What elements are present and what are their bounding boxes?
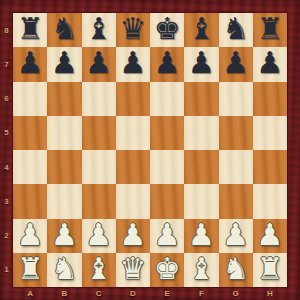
- square-g7[interactable]: ♟: [219, 47, 253, 81]
- square-e4[interactable]: [150, 150, 184, 184]
- file-label-g: G: [219, 287, 253, 300]
- square-e6[interactable]: [150, 82, 184, 116]
- square-h8[interactable]: ♜: [253, 13, 287, 47]
- rank-label-1: 1: [0, 253, 13, 287]
- square-a2[interactable]: ♟: [13, 219, 47, 253]
- square-c6[interactable]: [82, 82, 116, 116]
- square-b7[interactable]: ♟: [47, 47, 81, 81]
- square-h1[interactable]: ♜: [253, 253, 287, 287]
- square-g2[interactable]: ♟: [219, 219, 253, 253]
- square-f2[interactable]: ♟: [184, 219, 218, 253]
- rank-label-6: 6: [0, 82, 13, 116]
- square-e5[interactable]: [150, 116, 184, 150]
- square-a6[interactable]: [13, 82, 47, 116]
- rank-label-8: 8: [0, 13, 13, 47]
- piece-black-pawn[interactable]: ♟: [51, 48, 78, 78]
- piece-black-rook[interactable]: ♜: [17, 14, 44, 44]
- piece-white-pawn[interactable]: ♟: [154, 220, 181, 250]
- piece-white-queen[interactable]: ♛: [119, 254, 146, 284]
- square-c5[interactable]: [82, 116, 116, 150]
- file-labels: ABCDEFGH: [13, 287, 287, 300]
- square-h2[interactable]: ♟: [253, 219, 287, 253]
- piece-white-pawn[interactable]: ♟: [85, 220, 112, 250]
- square-b8[interactable]: ♞: [47, 13, 81, 47]
- piece-black-rook[interactable]: ♜: [256, 14, 283, 44]
- square-f4[interactable]: [184, 150, 218, 184]
- rank-label-2: 2: [0, 219, 13, 253]
- piece-black-pawn[interactable]: ♟: [119, 48, 146, 78]
- piece-black-pawn[interactable]: ♟: [85, 48, 112, 78]
- rank-label-7: 7: [0, 47, 13, 81]
- square-a1[interactable]: ♜: [13, 253, 47, 287]
- piece-white-pawn[interactable]: ♟: [256, 220, 283, 250]
- square-d3[interactable]: [116, 184, 150, 218]
- piece-white-rook[interactable]: ♜: [256, 254, 283, 284]
- file-label-a: A: [13, 287, 47, 300]
- square-e8[interactable]: ♚: [150, 13, 184, 47]
- square-g4[interactable]: [219, 150, 253, 184]
- square-d2[interactable]: ♟: [116, 219, 150, 253]
- piece-black-pawn[interactable]: ♟: [154, 48, 181, 78]
- square-f8[interactable]: ♝: [184, 13, 218, 47]
- file-label-f: F: [184, 287, 218, 300]
- piece-white-bishop[interactable]: ♝: [188, 254, 215, 284]
- square-h5[interactable]: [253, 116, 287, 150]
- piece-black-pawn[interactable]: ♟: [188, 48, 215, 78]
- piece-black-queen[interactable]: ♛: [119, 14, 146, 44]
- piece-black-pawn[interactable]: ♟: [256, 48, 283, 78]
- piece-white-pawn[interactable]: ♟: [188, 220, 215, 250]
- square-c1[interactable]: ♝: [82, 253, 116, 287]
- file-label-h: H: [253, 287, 287, 300]
- piece-white-pawn[interactable]: ♟: [51, 220, 78, 250]
- piece-white-rook[interactable]: ♜: [17, 254, 44, 284]
- square-h6[interactable]: [253, 82, 287, 116]
- square-b6[interactable]: [47, 82, 81, 116]
- square-g8[interactable]: ♞: [219, 13, 253, 47]
- square-d1[interactable]: ♛: [116, 253, 150, 287]
- square-c7[interactable]: ♟: [82, 47, 116, 81]
- rank-label-3: 3: [0, 184, 13, 218]
- piece-black-pawn[interactable]: ♟: [17, 48, 44, 78]
- square-c4[interactable]: [82, 150, 116, 184]
- file-label-d: D: [116, 287, 150, 300]
- square-d4[interactable]: [116, 150, 150, 184]
- piece-black-bishop[interactable]: ♝: [188, 14, 215, 44]
- square-h7[interactable]: ♟: [253, 47, 287, 81]
- square-e3[interactable]: [150, 184, 184, 218]
- square-d6[interactable]: [116, 82, 150, 116]
- square-a4[interactable]: [13, 150, 47, 184]
- square-g6[interactable]: [219, 82, 253, 116]
- square-a8[interactable]: ♜: [13, 13, 47, 47]
- rank-labels: 87654321: [0, 13, 13, 287]
- square-c8[interactable]: ♝: [82, 13, 116, 47]
- square-g5[interactable]: [219, 116, 253, 150]
- square-f3[interactable]: [184, 184, 218, 218]
- piece-white-pawn[interactable]: ♟: [17, 220, 44, 250]
- piece-black-knight[interactable]: ♞: [222, 14, 249, 44]
- square-h3[interactable]: [253, 184, 287, 218]
- square-f6[interactable]: [184, 82, 218, 116]
- square-e1[interactable]: ♚: [150, 253, 184, 287]
- square-g3[interactable]: [219, 184, 253, 218]
- square-a3[interactable]: [13, 184, 47, 218]
- square-f5[interactable]: [184, 116, 218, 150]
- square-b4[interactable]: [47, 150, 81, 184]
- rank-label-4: 4: [0, 150, 13, 184]
- square-b5[interactable]: [47, 116, 81, 150]
- piece-black-pawn[interactable]: ♟: [222, 48, 249, 78]
- square-f1[interactable]: ♝: [184, 253, 218, 287]
- square-c2[interactable]: ♟: [82, 219, 116, 253]
- chess-board: ♜♞♝♛♚♝♞♜♟♟♟♟♟♟♟♟♟♟♟♟♟♟♟♟♜♞♝♛♚♝♞♜: [13, 13, 287, 287]
- file-label-e: E: [150, 287, 184, 300]
- piece-white-knight[interactable]: ♞: [51, 254, 78, 284]
- piece-black-king[interactable]: ♚: [154, 14, 181, 44]
- square-d5[interactable]: [116, 116, 150, 150]
- square-e7[interactable]: ♟: [150, 47, 184, 81]
- square-c3[interactable]: [82, 184, 116, 218]
- file-label-c: C: [82, 287, 116, 300]
- piece-black-bishop[interactable]: ♝: [85, 14, 112, 44]
- file-label-b: B: [47, 287, 81, 300]
- piece-white-king[interactable]: ♚: [154, 254, 181, 284]
- square-b1[interactable]: ♞: [47, 253, 81, 287]
- square-b3[interactable]: [47, 184, 81, 218]
- rank-label-5: 5: [0, 116, 13, 150]
- piece-white-bishop[interactable]: ♝: [85, 254, 112, 284]
- square-g1[interactable]: ♞: [219, 253, 253, 287]
- square-d7[interactable]: ♟: [116, 47, 150, 81]
- square-h4[interactable]: [253, 150, 287, 184]
- square-a5[interactable]: [13, 116, 47, 150]
- piece-black-knight[interactable]: ♞: [51, 14, 78, 44]
- piece-white-knight[interactable]: ♞: [222, 254, 249, 284]
- square-b2[interactable]: ♟: [47, 219, 81, 253]
- piece-white-pawn[interactable]: ♟: [119, 220, 146, 250]
- square-f7[interactable]: ♟: [184, 47, 218, 81]
- piece-white-pawn[interactable]: ♟: [222, 220, 249, 250]
- square-e2[interactable]: ♟: [150, 219, 184, 253]
- chess-board-frame: 87654321 ABCDEFGH ♜♞♝♛♚♝♞♜♟♟♟♟♟♟♟♟♟♟♟♟♟♟…: [0, 0, 300, 300]
- square-a7[interactable]: ♟: [13, 47, 47, 81]
- square-d8[interactable]: ♛: [116, 13, 150, 47]
